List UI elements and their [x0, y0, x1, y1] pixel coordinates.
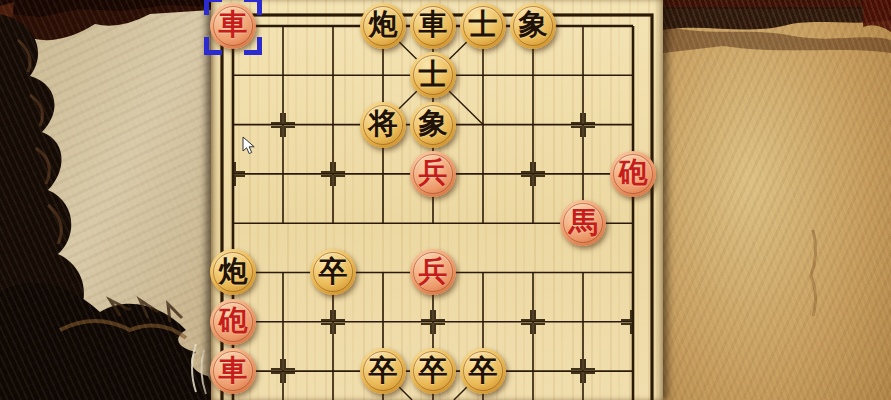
piece-red-soldier[interactable]: 兵	[410, 249, 456, 295]
piece-black-soldier[interactable]: 卒	[310, 249, 356, 295]
right-leather-texture	[663, 0, 891, 400]
piece-glyph: 炮	[369, 10, 398, 39]
piece-black-cannon[interactable]: 炮	[210, 249, 256, 295]
piece-glyph: 馬	[569, 208, 598, 237]
xiangqi-board[interactable]: 車炮車士象士将象兵砲馬炮卒兵砲車卒卒卒	[211, 0, 663, 400]
piece-black-general[interactable]: 将	[360, 102, 406, 148]
piece-black-elephant[interactable]: 象	[410, 102, 456, 148]
piece-glyph: 卒	[419, 356, 448, 385]
piece-glyph: 卒	[469, 356, 498, 385]
left-parchment-texture	[0, 0, 211, 400]
piece-red-chariot[interactable]: 車	[210, 3, 256, 49]
piece-glyph: 砲	[219, 306, 248, 335]
piece-black-soldier[interactable]: 卒	[460, 348, 506, 394]
piece-black-advisor[interactable]: 士	[410, 52, 456, 98]
piece-black-chariot[interactable]: 車	[410, 3, 456, 49]
piece-glyph: 象	[419, 109, 448, 138]
mouse-cursor	[242, 136, 257, 156]
piece-glyph: 士	[469, 10, 498, 39]
piece-red-chariot[interactable]: 車	[210, 348, 256, 394]
piece-glyph: 砲	[619, 158, 648, 187]
piece-red-cannon[interactable]: 砲	[210, 299, 256, 345]
piece-glyph: 士	[419, 60, 448, 89]
piece-red-cannon[interactable]: 砲	[610, 151, 656, 197]
piece-glyph: 炮	[219, 257, 248, 286]
piece-black-advisor[interactable]: 士	[460, 3, 506, 49]
piece-glyph: 卒	[319, 257, 348, 286]
piece-black-soldier[interactable]: 卒	[360, 348, 406, 394]
piece-glyph: 車	[219, 10, 248, 39]
piece-glyph: 兵	[419, 158, 448, 187]
pieces-layer: 車炮車士象士将象兵砲馬炮卒兵砲車卒卒卒	[208, 1, 658, 395]
piece-red-horse[interactable]: 馬	[560, 200, 606, 246]
piece-glyph: 卒	[369, 356, 398, 385]
piece-red-soldier[interactable]: 兵	[410, 151, 456, 197]
piece-glyph: 象	[519, 10, 548, 39]
piece-glyph: 兵	[419, 257, 448, 286]
screenshot-root: 車炮車士象士将象兵砲馬炮卒兵砲車卒卒卒	[0, 0, 891, 400]
piece-black-elephant[interactable]: 象	[510, 3, 556, 49]
piece-black-cannon[interactable]: 炮	[360, 3, 406, 49]
piece-black-soldier[interactable]: 卒	[410, 348, 456, 394]
piece-glyph: 将	[369, 109, 398, 138]
piece-glyph: 車	[219, 356, 248, 385]
piece-glyph: 車	[419, 10, 448, 39]
